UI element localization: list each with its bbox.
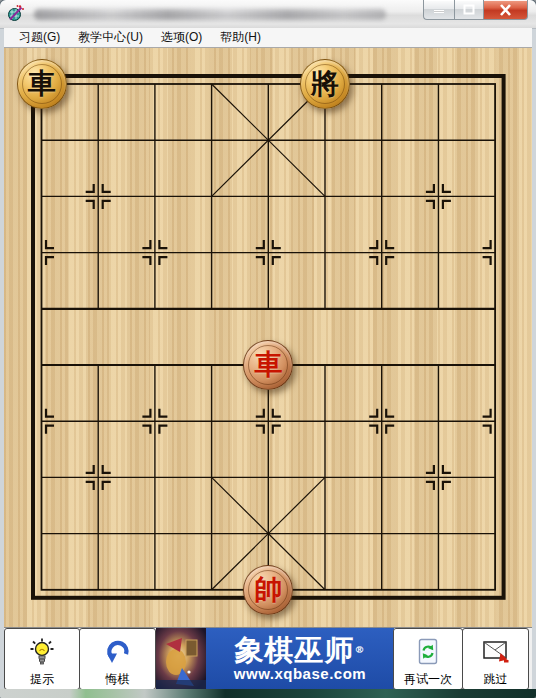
window-title bbox=[34, 9, 386, 20]
registered-mark: ® bbox=[355, 644, 366, 655]
minimize-button[interactable] bbox=[423, 0, 454, 20]
skip-button[interactable]: 跳过 bbox=[462, 628, 529, 690]
xqbase-banner[interactable]: 象棋巫师® www.xqbase.com bbox=[206, 628, 394, 690]
piece-glyph: 車 bbox=[254, 351, 282, 379]
xiangqi-wizard-app-icon bbox=[7, 4, 25, 22]
xiangqi-board[interactable]: 車將車帥 bbox=[4, 48, 532, 627]
retry-label: 再试一次 bbox=[404, 672, 452, 686]
banner-url: www.xqbase.com bbox=[234, 665, 366, 683]
caption-buttons bbox=[423, 0, 528, 20]
piece-grid: 車將車帥 bbox=[13, 56, 523, 618]
banner-title: 象棋巫师® bbox=[235, 635, 366, 665]
maximize-button[interactable] bbox=[454, 0, 483, 20]
red-chariot[interactable]: 車 bbox=[243, 340, 293, 390]
app-window: 习题(G) 教学中心(U) 选项(O) 帮助(H) 車將車帥 bbox=[0, 0, 536, 698]
close-icon bbox=[499, 4, 512, 16]
window-bottom-edge bbox=[0, 689, 536, 698]
hint-button[interactable]: 提示 bbox=[4, 628, 80, 690]
red-general[interactable]: 帥 bbox=[243, 565, 293, 615]
skip-label: 跳过 bbox=[484, 672, 508, 686]
bottom-toolbar: 提示 悔棋 bbox=[4, 627, 532, 689]
menu-bar: 习题(G) 教学中心(U) 选项(O) 帮助(H) bbox=[4, 28, 532, 48]
menu-item-help[interactable]: 帮助(H) bbox=[211, 27, 270, 48]
close-button[interactable] bbox=[483, 0, 528, 20]
piece-glyph: 帥 bbox=[254, 576, 282, 604]
menu-item-options[interactable]: 选项(O) bbox=[152, 27, 211, 48]
minimize-icon bbox=[433, 5, 445, 15]
skip-letter-icon bbox=[482, 632, 510, 672]
lightbulb-icon bbox=[29, 632, 55, 672]
maximize-icon bbox=[463, 4, 475, 15]
black-general[interactable]: 將 bbox=[300, 59, 350, 109]
menu-item-teaching-center[interactable]: 教学中心(U) bbox=[69, 27, 152, 48]
undo-label: 悔棋 bbox=[106, 672, 130, 686]
piece-glyph: 將 bbox=[311, 70, 339, 98]
retry-button[interactable]: 再试一次 bbox=[393, 628, 463, 690]
title-bar bbox=[0, 0, 536, 29]
menu-item-exercises[interactable]: 习题(G) bbox=[10, 27, 69, 48]
retry-document-icon bbox=[416, 632, 440, 672]
undo-button[interactable]: 悔棋 bbox=[79, 628, 156, 690]
piece-glyph: 車 bbox=[28, 70, 56, 98]
black-chariot[interactable]: 車 bbox=[17, 59, 67, 109]
logo-image bbox=[156, 628, 206, 690]
undo-arrow-icon bbox=[104, 632, 132, 672]
hint-label: 提示 bbox=[30, 672, 54, 686]
